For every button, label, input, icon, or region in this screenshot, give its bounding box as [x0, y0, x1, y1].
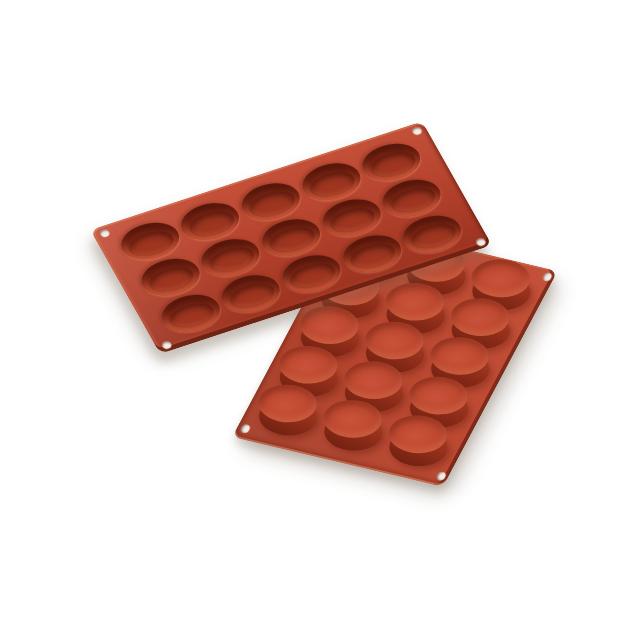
photo-canvas	[0, 0, 630, 630]
flan-bump	[251, 392, 325, 440]
flan-bump	[316, 408, 390, 456]
flan-bump	[382, 423, 456, 471]
